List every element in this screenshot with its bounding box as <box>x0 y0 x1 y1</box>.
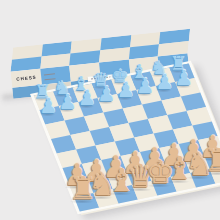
piece-blue-pawn-c7[interactable]: ♟ <box>78 87 97 108</box>
piece-blue-pawn-h7[interactable]: ♟ <box>175 67 194 88</box>
piece-blue-pawn-b7[interactable]: ♟ <box>58 91 77 112</box>
piece-blue-pawn-a7[interactable]: ♟ <box>39 95 58 116</box>
piece-blue-pawn-e7[interactable]: ♟ <box>116 79 135 100</box>
piece-wood-rook-h1[interactable]: ♜ <box>204 145 220 177</box>
product-photo-scene: CHESS ♜♞♝♛♚♝♞♜♟♟♟♟♟♟♟♟♟♟♟♟♟♟♟♟♜♞♝♛♚♝♞♜ <box>0 0 220 220</box>
piece-blue-pawn-g7[interactable]: ♟ <box>155 71 174 92</box>
piece-blue-pawn-d7[interactable]: ♟ <box>97 83 116 104</box>
pieces-layer: ♜♞♝♛♚♝♞♜♟♟♟♟♟♟♟♟♟♟♟♟♟♟♟♟♜♞♝♛♚♝♞♜ <box>0 0 220 220</box>
piece-blue-pawn-f7[interactable]: ♟ <box>136 75 155 96</box>
